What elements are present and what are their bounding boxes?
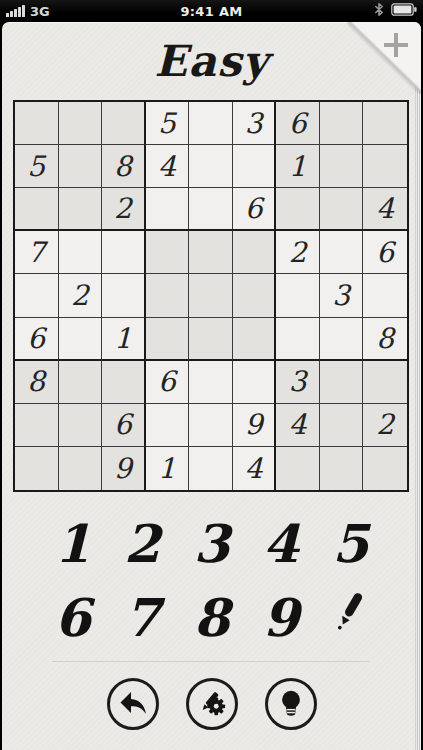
cell-r2c4[interactable]: 4	[146, 145, 190, 188]
cell-r7c2[interactable]	[59, 361, 103, 404]
cell-r4c7[interactable]: 2	[276, 231, 320, 274]
undo-arrow-icon	[118, 688, 148, 721]
cell-r9c9[interactable]	[363, 447, 407, 490]
cell-r6c3[interactable]: 1	[102, 318, 146, 361]
cell-r8c1[interactable]	[15, 404, 59, 447]
cell-r8c3[interactable]: 6	[102, 404, 146, 447]
pad-toolbar-divider	[52, 661, 369, 662]
pencil-mode-button[interactable]	[316, 578, 385, 656]
cell-r9c7[interactable]	[276, 447, 320, 490]
difficulty-title: Easy	[2, 36, 421, 86]
cell-r5c9[interactable]	[363, 274, 407, 317]
cell-r2c3[interactable]: 8	[102, 145, 146, 188]
cell-r8c6[interactable]: 9	[233, 404, 277, 447]
cell-r4c9[interactable]: 6	[363, 231, 407, 274]
bottom-toolbar	[2, 678, 421, 730]
cell-r8c5[interactable]	[189, 404, 233, 447]
cell-r8c4[interactable]	[146, 404, 190, 447]
cell-r3c8[interactable]	[320, 188, 364, 231]
cell-r1c5[interactable]	[189, 102, 233, 145]
cell-r9c6[interactable]: 4	[233, 447, 277, 490]
carrier-label: 3G	[30, 4, 50, 19]
cell-r9c8[interactable]	[320, 447, 364, 490]
cell-r5c7[interactable]	[276, 274, 320, 317]
pencil-gear-icon	[197, 688, 227, 721]
status-bar: 3G 9:41 AM	[0, 0, 423, 22]
cell-r1c7[interactable]: 6	[276, 102, 320, 145]
digit-button-6[interactable]: 6	[38, 578, 107, 656]
cell-r4c8[interactable]	[320, 231, 364, 274]
cell-r1c3[interactable]	[102, 102, 146, 145]
cell-r4c6[interactable]	[233, 231, 277, 274]
cell-r1c2[interactable]	[59, 102, 103, 145]
lightbulb-icon	[276, 688, 306, 721]
cell-r3c9[interactable]: 4	[363, 188, 407, 231]
digit-button-9[interactable]: 9	[246, 578, 315, 656]
cell-r4c5[interactable]	[189, 231, 233, 274]
pencil-icon	[331, 586, 369, 648]
undo-button[interactable]	[107, 678, 159, 730]
paper-page: Easy 5365841264726236188636942914 1 2 3 …	[2, 22, 421, 750]
cell-r7c5[interactable]	[189, 361, 233, 404]
cell-r2c5[interactable]	[189, 145, 233, 188]
cell-r5c4[interactable]	[146, 274, 190, 317]
cell-r9c1[interactable]	[15, 447, 59, 490]
signal-bars-icon	[6, 5, 25, 18]
cell-r6c5[interactable]	[189, 318, 233, 361]
cell-r5c6[interactable]	[233, 274, 277, 317]
cell-r5c3[interactable]	[102, 274, 146, 317]
cell-r9c3[interactable]: 9	[102, 447, 146, 490]
pencil-settings-button[interactable]	[186, 678, 238, 730]
cell-r7c8[interactable]	[320, 361, 364, 404]
cell-r1c9[interactable]	[363, 102, 407, 145]
hint-button[interactable]	[265, 678, 317, 730]
digit-button-1[interactable]: 1	[38, 504, 107, 582]
cell-r3c4[interactable]	[146, 188, 190, 231]
cell-r8c7[interactable]: 4	[276, 404, 320, 447]
cell-r6c9[interactable]: 8	[363, 318, 407, 361]
cell-r9c4[interactable]: 1	[146, 447, 190, 490]
digit-button-8[interactable]: 8	[177, 578, 246, 656]
cell-r5c5[interactable]	[189, 274, 233, 317]
cell-r6c1[interactable]: 6	[15, 318, 59, 361]
sudoku-board: 5365841264726236188636942914	[13, 100, 409, 492]
cell-r2c2[interactable]	[59, 145, 103, 188]
cell-r1c1[interactable]	[15, 102, 59, 145]
cell-r2c1[interactable]: 5	[15, 145, 59, 188]
digit-button-5[interactable]: 5	[316, 504, 385, 582]
cell-r6c2[interactable]	[59, 318, 103, 361]
cell-r1c8[interactable]	[320, 102, 364, 145]
digit-button-3[interactable]: 3	[177, 504, 246, 582]
cell-r5c8[interactable]: 3	[320, 274, 364, 317]
cell-r1c4[interactable]: 5	[146, 102, 190, 145]
digit-button-7[interactable]: 7	[107, 578, 176, 656]
cell-r5c1[interactable]	[15, 274, 59, 317]
number-pad-row-2: 6 7 8 9	[2, 578, 421, 656]
digit-button-4[interactable]: 4	[246, 504, 315, 582]
cell-r7c9[interactable]	[363, 361, 407, 404]
cell-r6c8[interactable]	[320, 318, 364, 361]
cell-r3c3[interactable]: 2	[102, 188, 146, 231]
cell-r7c3[interactable]	[102, 361, 146, 404]
cell-r2c8[interactable]	[320, 145, 364, 188]
cell-r4c4[interactable]	[146, 231, 190, 274]
cell-r7c1[interactable]: 8	[15, 361, 59, 404]
cell-r4c2[interactable]	[59, 231, 103, 274]
cell-r5c2[interactable]: 2	[59, 274, 103, 317]
cell-r6c7[interactable]	[276, 318, 320, 361]
cell-r7c6[interactable]	[233, 361, 277, 404]
cell-r6c4[interactable]	[146, 318, 190, 361]
cell-r2c7[interactable]: 1	[276, 145, 320, 188]
number-pad-row-1: 1 2 3 4 5	[2, 504, 421, 582]
cell-r6c6[interactable]	[233, 318, 277, 361]
cell-r8c9[interactable]: 2	[363, 404, 407, 447]
battery-icon	[391, 3, 417, 19]
cell-r2c9[interactable]	[363, 145, 407, 188]
cell-r7c4[interactable]: 6	[146, 361, 190, 404]
cell-r9c5[interactable]	[189, 447, 233, 490]
cell-r7c7[interactable]: 3	[276, 361, 320, 404]
cell-r8c2[interactable]	[59, 404, 103, 447]
bluetooth-icon	[374, 2, 384, 20]
cell-r3c2[interactable]	[59, 188, 103, 231]
cell-r2c6[interactable]	[233, 145, 277, 188]
digit-button-2[interactable]: 2	[107, 504, 176, 582]
cell-r4c1[interactable]: 7	[15, 231, 59, 274]
cell-r3c7[interactable]	[276, 188, 320, 231]
cell-r8c8[interactable]	[320, 404, 364, 447]
cell-r3c5[interactable]	[189, 188, 233, 231]
clock: 9:41 AM	[0, 4, 423, 19]
cell-r9c2[interactable]	[59, 447, 103, 490]
cell-r4c3[interactable]	[102, 231, 146, 274]
cell-r3c6[interactable]: 6	[233, 188, 277, 231]
cell-r3c1[interactable]	[15, 188, 59, 231]
cell-r1c6[interactable]: 3	[233, 102, 277, 145]
